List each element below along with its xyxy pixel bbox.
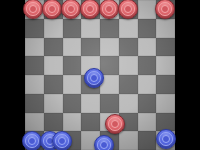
blue-piece[interactable] [22,131,42,150]
red-piece[interactable] [105,114,125,134]
piece-center-dot [67,5,75,13]
piece-center-dot [90,74,98,82]
blue-piece[interactable] [94,135,114,150]
red-piece[interactable] [42,0,62,19]
checkers-board [25,0,175,150]
red-piece[interactable] [118,0,138,19]
piece-center-dot [86,5,94,13]
piece-center-dot [48,5,56,13]
piece-center-dot [105,5,113,13]
piece-center-dot [111,120,119,128]
piece-center-dot [124,5,132,13]
piece-center-dot [28,137,36,145]
red-piece[interactable] [61,0,81,19]
blue-piece[interactable] [52,131,72,150]
blue-piece[interactable] [84,68,104,88]
board-pieces [25,0,175,150]
red-piece[interactable] [23,0,43,19]
piece-center-dot [161,5,169,13]
piece-center-dot [58,137,66,145]
piece-center-dot [100,141,108,149]
red-piece[interactable] [80,0,100,19]
red-piece[interactable] [99,0,119,19]
piece-center-dot [29,5,37,13]
red-piece[interactable] [155,0,175,19]
blue-piece[interactable] [156,129,176,149]
piece-center-dot [162,135,170,143]
game-stage [0,0,200,150]
